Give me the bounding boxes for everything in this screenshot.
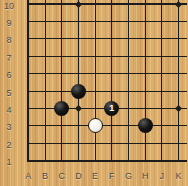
grid-line-vertical: [161, 135, 162, 152]
grid-line-vertical: [45, 82, 46, 99]
grid-line-vertical: [161, 65, 162, 82]
intersection-H2[interactable]: [137, 135, 154, 152]
grid-line-vertical: [61, 152, 62, 162]
black-stone-F4[interactable]: 1: [104, 101, 119, 116]
grid-line-vertical: [78, 135, 79, 152]
grid-line-vertical: [178, 13, 179, 30]
column-label-E: E: [92, 171, 98, 181]
intersection-A4[interactable]: [20, 100, 37, 117]
row-label-7: 7: [6, 53, 11, 63]
grid-line-vertical: [178, 48, 179, 65]
grid-line-vertical: [45, 13, 46, 30]
grid-line-vertical: [27, 0, 29, 13]
grid-line-vertical: [128, 152, 129, 162]
intersection-J10[interactable]: [154, 0, 171, 13]
grid-line-vertical: [95, 152, 96, 162]
star-point-D4: [75, 105, 82, 112]
grid-line-vertical: [61, 135, 62, 152]
intersection-H10[interactable]: [137, 0, 154, 13]
grid-line-vertical: [161, 152, 162, 162]
intersection-A6[interactable]: [20, 65, 37, 82]
grid-line-vertical: [61, 82, 62, 99]
intersection-K8[interactable]: [170, 30, 187, 47]
intersection-A10[interactable]: [20, 0, 37, 13]
grid-line-vertical: [95, 135, 96, 152]
grid-line-vertical: [111, 13, 112, 30]
intersection-H5[interactable]: [137, 82, 154, 99]
grid-line-vertical: [45, 100, 46, 117]
intersection-G3[interactable]: [120, 117, 137, 134]
grid-line-vertical: [128, 48, 129, 65]
intersection-B4[interactable]: [37, 100, 54, 117]
grid-line-vertical: [161, 0, 162, 13]
go-board-diagram: 10987654321 1 ABCDEFGHJK: [0, 0, 188, 186]
grid-line-vertical: [161, 100, 162, 117]
intersection-A9[interactable]: [20, 13, 37, 30]
intersection-C3[interactable]: [53, 117, 70, 134]
grid-line-vertical: [95, 82, 96, 99]
star-point-K4: [175, 105, 182, 112]
intersection-B8[interactable]: [37, 30, 54, 47]
grid-line-vertical: [78, 30, 79, 47]
grid-line-vertical: [178, 82, 179, 99]
intersection-D4[interactable]: [70, 100, 87, 117]
black-stone-D5[interactable]: [71, 84, 86, 99]
grid-line-vertical: [145, 65, 146, 82]
grid-line-vertical: [145, 48, 146, 65]
grid-line-vertical: [27, 152, 29, 162]
intersection-A7[interactable]: [20, 48, 37, 65]
grid-line-vertical: [145, 135, 146, 152]
intersection-G4[interactable]: [120, 100, 137, 117]
intersection-G2[interactable]: [120, 135, 137, 152]
grid-line-vertical: [27, 65, 29, 82]
intersection-B7[interactable]: [37, 48, 54, 65]
grid-line-vertical: [45, 117, 46, 134]
intersection-C10[interactable]: [53, 0, 70, 13]
intersection-C6[interactable]: [53, 65, 70, 82]
intersection-B3[interactable]: [37, 117, 54, 134]
intersection-J4[interactable]: [154, 100, 171, 117]
grid-line-vertical: [111, 0, 112, 13]
column-label-D: D: [75, 171, 82, 181]
grid-line-vertical: [145, 100, 146, 117]
row-label-9: 9: [6, 18, 11, 28]
intersection-G7[interactable]: [120, 48, 137, 65]
grid-line-vertical: [95, 0, 96, 13]
intersection-G6[interactable]: [120, 65, 137, 82]
intersection-G8[interactable]: [120, 30, 137, 47]
intersection-G10[interactable]: [120, 0, 137, 13]
intersection-D9[interactable]: [70, 13, 87, 30]
grid-line-vertical: [27, 82, 29, 99]
intersection-J6[interactable]: [154, 65, 171, 82]
grid-line-vertical: [78, 13, 79, 30]
grid-line-vertical: [111, 30, 112, 47]
white-stone-E3[interactable]: [88, 118, 103, 133]
row-label-6: 6: [6, 70, 11, 80]
grid-line-vertical: [95, 100, 96, 117]
intersection-K3[interactable]: [170, 117, 187, 134]
grid-line-vertical: [27, 135, 29, 152]
grid-line-vertical: [95, 13, 96, 30]
intersection-F4[interactable]: 1: [103, 100, 120, 117]
intersection-C8[interactable]: [53, 30, 70, 47]
grid-line-vertical: [145, 0, 146, 13]
intersection-J8[interactable]: [154, 30, 171, 47]
column-label-J: J: [160, 171, 165, 181]
grid-line-vertical: [145, 30, 146, 47]
intersection-F9[interactable]: [103, 13, 120, 30]
intersection-K10[interactable]: [170, 0, 187, 13]
intersection-K4[interactable]: [170, 100, 187, 117]
intersection-C7[interactable]: [53, 48, 70, 65]
grid-line-vertical: [27, 117, 29, 134]
intersection-E6[interactable]: [87, 65, 104, 82]
intersection-D6[interactable]: [70, 65, 87, 82]
intersection-C9[interactable]: [53, 13, 70, 30]
row-label-10: 10: [4, 1, 14, 11]
intersection-G5[interactable]: [120, 82, 137, 99]
row-coordinate-labels: 10987654321: [0, 0, 18, 171]
intersection-A8[interactable]: [20, 30, 37, 47]
intersection-C5[interactable]: [53, 82, 70, 99]
intersection-H9[interactable]: [137, 13, 154, 30]
intersection-D7[interactable]: [70, 48, 87, 65]
intersection-C4[interactable]: [53, 100, 70, 117]
intersection-K2[interactable]: [170, 135, 187, 152]
column-coordinate-labels: ABCDEFGHJK: [20, 167, 187, 185]
grid-line-vertical: [27, 48, 29, 65]
intersection-D2[interactable]: [70, 135, 87, 152]
grid-line-vertical: [95, 30, 96, 47]
grid-line-vertical: [111, 48, 112, 65]
intersection-E7[interactable]: [87, 48, 104, 65]
grid-line-vertical: [61, 0, 62, 13]
intersection-K9[interactable]: [170, 13, 187, 30]
intersection-E8[interactable]: [87, 30, 104, 47]
grid-line-vertical: [178, 65, 179, 82]
grid-line-vertical: [45, 65, 46, 82]
intersection-E3[interactable]: [87, 117, 104, 134]
grid-line-vertical: [161, 13, 162, 30]
intersection-F5[interactable]: [103, 82, 120, 99]
intersection-H7[interactable]: [137, 48, 154, 65]
intersection-K6[interactable]: [170, 65, 187, 82]
grid-line-vertical: [111, 117, 112, 134]
grid-line-vertical: [128, 100, 129, 117]
intersection-E2[interactable]: [87, 135, 104, 152]
grid-line-vertical: [161, 48, 162, 65]
intersection-E4[interactable]: [87, 100, 104, 117]
intersection-E9[interactable]: [87, 13, 104, 30]
row-label-1: 1: [6, 157, 11, 167]
intersection-J9[interactable]: [154, 13, 171, 30]
intersection-H4[interactable]: [137, 100, 154, 117]
intersection-K5[interactable]: [170, 82, 187, 99]
board-grid: 1: [20, 0, 187, 170]
intersection-J7[interactable]: [154, 48, 171, 65]
intersection-B9[interactable]: [37, 13, 54, 30]
row-label-4: 4: [6, 105, 11, 115]
grid-line-vertical: [111, 82, 112, 99]
grid-line-vertical: [111, 152, 112, 162]
intersection-F10[interactable]: [103, 0, 120, 13]
grid-line-vertical: [27, 30, 29, 47]
row-label-3: 3: [6, 122, 11, 132]
column-label-F: F: [109, 171, 115, 181]
grid-line-vertical: [27, 100, 29, 117]
grid-line-vertical: [128, 65, 129, 82]
intersection-H3[interactable]: [137, 117, 154, 134]
intersection-H6[interactable]: [137, 65, 154, 82]
intersection-F6[interactable]: [103, 65, 120, 82]
grid-line-vertical: [145, 82, 146, 99]
grid-line-vertical: [45, 135, 46, 152]
grid-line-vertical: [78, 48, 79, 65]
grid-line-vertical: [61, 117, 62, 134]
intersection-F2[interactable]: [103, 135, 120, 152]
intersection-B2[interactable]: [37, 135, 54, 152]
grid-line-vertical: [95, 48, 96, 65]
intersection-G9[interactable]: [120, 13, 137, 30]
black-stone-H3[interactable]: [138, 118, 153, 133]
column-label-B: B: [42, 171, 48, 181]
grid-line-vertical: [78, 117, 79, 134]
grid-line-vertical: [161, 30, 162, 47]
intersection-F8[interactable]: [103, 30, 120, 47]
grid-line-vertical: [45, 0, 46, 13]
row-label-5: 5: [6, 88, 11, 98]
intersection-B6[interactable]: [37, 65, 54, 82]
intersection-A5[interactable]: [20, 82, 37, 99]
intersection-D5[interactable]: [70, 82, 87, 99]
grid-line-vertical: [111, 135, 112, 152]
grid-line-vertical: [78, 65, 79, 82]
grid-line-vertical: [61, 65, 62, 82]
black-stone-C4[interactable]: [54, 101, 69, 116]
grid-line-vertical: [128, 13, 129, 30]
intersection-B5[interactable]: [37, 82, 54, 99]
column-label-H: H: [142, 171, 149, 181]
move-number-label: 1: [109, 104, 114, 113]
intersection-K7[interactable]: [170, 48, 187, 65]
intersection-C2[interactable]: [53, 135, 70, 152]
grid-line-vertical: [45, 152, 46, 162]
grid-line-vertical: [178, 152, 179, 162]
intersection-E5[interactable]: [87, 82, 104, 99]
grid-line-vertical: [128, 135, 129, 152]
grid-line-vertical: [178, 135, 179, 152]
intersection-E10[interactable]: [87, 0, 104, 13]
grid-line-vertical: [45, 30, 46, 47]
grid-line-vertical: [161, 117, 162, 134]
grid-line-vertical: [78, 152, 79, 162]
grid-line-vertical: [128, 0, 129, 13]
grid-line-vertical: [61, 30, 62, 47]
intersection-B10[interactable]: [37, 0, 54, 13]
grid-line-vertical: [128, 117, 129, 134]
intersection-F7[interactable]: [103, 48, 120, 65]
intersection-D8[interactable]: [70, 30, 87, 47]
column-label-K: K: [176, 171, 182, 181]
grid-line-vertical: [178, 117, 179, 134]
grid-line-vertical: [95, 65, 96, 82]
column-label-C: C: [58, 171, 65, 181]
grid-line-vertical: [111, 65, 112, 82]
grid-line-vertical: [145, 13, 146, 30]
row-label-2: 2: [6, 140, 11, 150]
intersection-J5[interactable]: [154, 82, 171, 99]
intersection-D3[interactable]: [70, 117, 87, 134]
grid-line-vertical: [128, 82, 129, 99]
grid-line-vertical: [161, 82, 162, 99]
intersection-D10[interactable]: [70, 0, 87, 13]
column-label-A: A: [25, 171, 31, 181]
intersection-A2[interactable]: [20, 135, 37, 152]
grid-line-vertical: [178, 30, 179, 47]
row-label-8: 8: [6, 35, 11, 45]
grid-line-vertical: [45, 48, 46, 65]
grid-line-vertical: [61, 13, 62, 30]
intersection-J2[interactable]: [154, 135, 171, 152]
grid-line-vertical: [145, 152, 146, 162]
grid-line-vertical: [128, 30, 129, 47]
grid-line-vertical: [61, 48, 62, 65]
intersection-J3[interactable]: [154, 117, 171, 134]
grid-line-vertical: [27, 13, 29, 30]
intersection-A3[interactable]: [20, 117, 37, 134]
intersection-H8[interactable]: [137, 30, 154, 47]
intersection-F3[interactable]: [103, 117, 120, 134]
column-label-G: G: [125, 171, 132, 181]
